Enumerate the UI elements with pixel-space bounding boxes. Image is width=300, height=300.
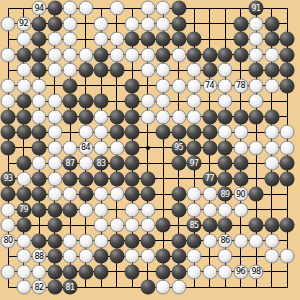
white-stone	[78, 125, 93, 140]
white-stone-move-84: 84	[78, 140, 93, 155]
move-number-label: 90	[236, 190, 245, 198]
move-number-label: 86	[220, 237, 229, 245]
black-stone	[140, 171, 155, 186]
white-stone	[187, 63, 202, 78]
move-number-label: 95	[174, 144, 183, 152]
white-stone	[264, 78, 279, 93]
white-stone	[109, 187, 124, 202]
white-stone	[202, 233, 217, 248]
black-stone	[78, 94, 93, 109]
white-stone-move-88: 88	[32, 249, 47, 264]
white-stone	[171, 280, 186, 295]
black-stone	[202, 63, 217, 78]
black-stone-move-81: 81	[63, 280, 78, 295]
white-stone	[32, 78, 47, 93]
white-stone	[187, 249, 202, 264]
white-stone-move-82: 82	[32, 280, 47, 295]
white-stone	[94, 109, 109, 124]
white-stone	[280, 140, 295, 155]
white-stone	[63, 233, 78, 248]
black-stone	[63, 78, 78, 93]
white-stone	[63, 140, 78, 155]
black-stone	[125, 156, 140, 171]
black-stone	[249, 218, 264, 233]
white-stone	[32, 94, 47, 109]
white-stone	[16, 264, 31, 279]
black-stone	[78, 264, 93, 279]
white-stone	[218, 264, 233, 279]
white-stone	[249, 140, 264, 155]
black-stone	[32, 16, 47, 31]
black-stone	[140, 32, 155, 47]
black-stone	[16, 125, 31, 140]
black-stone	[264, 63, 279, 78]
black-stone	[171, 233, 186, 248]
black-stone	[63, 94, 78, 109]
white-stone-move-80: 80	[1, 233, 16, 248]
white-stone	[63, 32, 78, 47]
black-stone	[280, 156, 295, 171]
white-stone	[187, 187, 202, 202]
move-number-label: 94	[34, 4, 43, 12]
white-stone	[125, 249, 140, 264]
move-number-label: 88	[34, 252, 43, 260]
move-number-label: 79	[19, 206, 28, 214]
star-point	[146, 146, 150, 150]
white-stone-move-92: 92	[16, 16, 31, 31]
black-stone	[125, 171, 140, 186]
white-stone	[47, 140, 62, 155]
black-stone-move-79: 79	[16, 202, 31, 217]
white-stone	[140, 94, 155, 109]
black-stone	[218, 47, 233, 62]
white-stone	[156, 94, 171, 109]
move-number-label: 82	[34, 283, 43, 291]
black-stone	[171, 125, 186, 140]
black-stone	[1, 187, 16, 202]
white-stone	[94, 218, 109, 233]
white-stone	[233, 125, 248, 140]
white-stone	[47, 109, 62, 124]
white-stone	[1, 78, 16, 93]
white-stone	[171, 78, 186, 93]
white-stone	[233, 140, 248, 155]
white-stone	[233, 233, 248, 248]
black-stone-move-85: 85	[187, 218, 202, 233]
white-stone	[264, 47, 279, 62]
black-stone	[32, 32, 47, 47]
white-stone	[47, 47, 62, 62]
white-stone	[1, 16, 16, 31]
white-stone-move-90: 90	[233, 187, 248, 202]
black-stone	[47, 218, 62, 233]
black-stone	[280, 171, 295, 186]
black-stone	[264, 171, 279, 186]
black-stone	[16, 94, 31, 109]
black-stone	[32, 233, 47, 248]
white-stone	[249, 94, 264, 109]
white-stone	[47, 171, 62, 186]
black-stone	[264, 218, 279, 233]
white-stone	[109, 47, 124, 62]
move-number-label: 93	[3, 175, 12, 183]
white-stone	[140, 47, 155, 62]
white-stone	[1, 202, 16, 217]
white-stone	[63, 1, 78, 16]
black-stone	[125, 32, 140, 47]
white-stone	[264, 125, 279, 140]
white-stone	[187, 202, 202, 217]
black-stone	[47, 202, 62, 217]
black-stone	[202, 125, 217, 140]
black-stone	[171, 264, 186, 279]
black-stone	[156, 32, 171, 47]
black-stone-move-95: 95	[171, 140, 186, 155]
white-stone-move-86: 86	[218, 233, 233, 248]
white-stone-move-96: 96	[233, 264, 248, 279]
white-stone	[187, 264, 202, 279]
white-stone	[249, 47, 264, 62]
white-stone	[187, 94, 202, 109]
white-stone	[140, 109, 155, 124]
move-number-label: 81	[65, 283, 74, 291]
black-stone-move-91: 91	[249, 1, 264, 16]
black-stone	[233, 16, 248, 31]
black-stone	[218, 156, 233, 171]
black-stone	[78, 109, 93, 124]
white-stone	[140, 63, 155, 78]
black-stone	[63, 171, 78, 186]
black-stone	[171, 32, 186, 47]
black-stone	[171, 16, 186, 31]
black-stone	[1, 125, 16, 140]
white-stone	[140, 16, 155, 31]
black-stone	[16, 218, 31, 233]
white-stone	[63, 187, 78, 202]
white-stone	[1, 264, 16, 279]
black-stone	[32, 47, 47, 62]
white-stone	[156, 109, 171, 124]
black-stone	[218, 109, 233, 124]
black-stone	[280, 63, 295, 78]
black-stone	[249, 109, 264, 124]
white-stone	[78, 249, 93, 264]
black-stone-move-83: 83	[94, 156, 109, 171]
move-number-label: 83	[96, 159, 105, 167]
white-stone	[63, 16, 78, 31]
move-number-label: 89	[220, 190, 229, 198]
black-stone	[171, 156, 186, 171]
black-stone	[280, 47, 295, 62]
white-stone	[125, 218, 140, 233]
white-stone	[264, 249, 279, 264]
white-stone	[94, 187, 109, 202]
black-stone	[280, 78, 295, 93]
white-stone	[202, 264, 217, 279]
white-stone	[218, 202, 233, 217]
black-stone	[171, 202, 186, 217]
black-stone	[94, 63, 109, 78]
black-stone	[125, 264, 140, 279]
black-stone	[32, 171, 47, 186]
black-stone	[125, 140, 140, 155]
black-stone	[109, 109, 124, 124]
black-stone	[233, 47, 248, 62]
white-stone	[233, 202, 248, 217]
black-stone	[125, 233, 140, 248]
go-board[interactable]: 9491927478849587839793778990798580868896…	[0, 0, 300, 300]
white-stone	[78, 233, 93, 248]
black-stone	[280, 218, 295, 233]
white-stone	[140, 218, 155, 233]
white-stone	[218, 249, 233, 264]
white-stone	[94, 16, 109, 31]
move-number-label: 77	[205, 175, 214, 183]
white-stone	[16, 78, 31, 93]
white-stone	[218, 125, 233, 140]
white-stone	[264, 156, 279, 171]
white-stone-move-98: 98	[249, 264, 264, 279]
black-stone	[187, 32, 202, 47]
white-stone	[264, 140, 279, 155]
black-stone-move-87: 87	[63, 156, 78, 171]
white-stone	[16, 233, 31, 248]
black-stone	[78, 171, 93, 186]
move-number-label: 85	[189, 221, 198, 229]
black-stone	[125, 78, 140, 93]
move-number-label: 84	[81, 144, 90, 152]
black-stone	[63, 202, 78, 217]
move-number-label: 92	[19, 20, 28, 28]
move-number-label: 97	[189, 159, 198, 167]
white-stone	[94, 202, 109, 217]
white-stone	[94, 32, 109, 47]
white-stone	[125, 202, 140, 217]
black-stone	[156, 125, 171, 140]
black-stone	[78, 63, 93, 78]
white-stone	[140, 202, 155, 217]
black-stone	[109, 125, 124, 140]
black-stone	[140, 187, 155, 202]
black-stone	[125, 109, 140, 124]
white-stone	[156, 16, 171, 31]
black-stone	[32, 187, 47, 202]
white-stone	[16, 249, 31, 264]
white-stone	[1, 47, 16, 62]
white-stone	[1, 94, 16, 109]
black-stone	[94, 47, 109, 62]
white-stone-move-78: 78	[233, 78, 248, 93]
black-stone	[47, 264, 62, 279]
black-stone	[233, 32, 248, 47]
white-stone	[32, 109, 47, 124]
white-stone	[63, 63, 78, 78]
white-stone	[47, 63, 62, 78]
white-stone	[249, 16, 264, 31]
black-stone	[47, 233, 62, 248]
white-stone	[125, 47, 140, 62]
white-stone	[16, 280, 31, 295]
white-stone	[94, 125, 109, 140]
white-stone	[218, 94, 233, 109]
black-stone	[233, 156, 248, 171]
black-stone	[264, 32, 279, 47]
white-stone	[109, 218, 124, 233]
white-stone	[156, 280, 171, 295]
black-stone-move-93: 93	[1, 171, 16, 186]
white-stone	[202, 202, 217, 217]
black-stone	[187, 125, 202, 140]
black-stone	[94, 264, 109, 279]
black-stone	[125, 94, 140, 109]
black-stone	[16, 109, 31, 124]
black-stone	[264, 109, 279, 124]
black-stone	[171, 187, 186, 202]
black-stone	[109, 63, 124, 78]
white-stone	[109, 140, 124, 155]
black-stone	[1, 140, 16, 155]
white-stone	[94, 140, 109, 155]
black-stone-move-97: 97	[187, 156, 202, 171]
black-stone	[32, 140, 47, 155]
black-stone	[202, 109, 217, 124]
black-stone	[171, 249, 186, 264]
black-stone	[233, 109, 248, 124]
move-number-label: 87	[65, 159, 74, 167]
white-stone	[16, 63, 31, 78]
black-stone	[109, 249, 124, 264]
black-stone	[47, 249, 62, 264]
white-stone	[280, 125, 295, 140]
black-stone	[47, 280, 62, 295]
black-stone	[218, 171, 233, 186]
white-stone	[94, 233, 109, 248]
white-stone	[156, 1, 171, 16]
white-stone	[109, 1, 124, 16]
white-stone	[32, 264, 47, 279]
black-stone	[1, 109, 16, 124]
move-number-label: 80	[3, 237, 12, 245]
white-stone	[280, 249, 295, 264]
black-stone-move-89: 89	[218, 187, 233, 202]
white-stone	[1, 218, 16, 233]
black-stone	[249, 63, 264, 78]
black-stone	[16, 187, 31, 202]
white-stone	[47, 94, 62, 109]
white-stone	[187, 78, 202, 93]
white-stone	[171, 47, 186, 62]
black-stone	[140, 280, 155, 295]
white-stone-move-94: 94	[32, 1, 47, 16]
black-stone	[32, 125, 47, 140]
white-stone	[47, 156, 62, 171]
white-stone	[63, 47, 78, 62]
white-stone	[202, 187, 217, 202]
black-stone	[187, 47, 202, 62]
black-stone	[94, 94, 109, 109]
move-number-label: 96	[236, 268, 245, 276]
black-stone	[171, 1, 186, 16]
black-stone	[16, 156, 31, 171]
white-stone	[249, 78, 264, 93]
white-stone	[63, 249, 78, 264]
white-stone	[218, 78, 233, 93]
black-stone	[109, 156, 124, 171]
black-stone	[187, 140, 202, 155]
white-stone	[140, 249, 155, 264]
black-stone	[187, 233, 202, 248]
black-stone	[249, 187, 264, 202]
black-stone	[202, 47, 217, 62]
white-stone	[125, 16, 140, 31]
black-stone	[280, 32, 295, 47]
black-stone	[32, 63, 47, 78]
move-number-label: 74	[205, 82, 214, 90]
black-stone	[218, 218, 233, 233]
black-stone	[47, 1, 62, 16]
white-stone	[16, 32, 31, 47]
black-stone	[125, 125, 140, 140]
white-stone	[187, 109, 202, 124]
black-stone	[16, 47, 31, 62]
white-stone-move-74: 74	[202, 78, 217, 93]
black-stone	[94, 249, 109, 264]
white-stone	[156, 63, 171, 78]
black-stone-move-77: 77	[202, 171, 217, 186]
white-stone	[264, 233, 279, 248]
white-stone	[78, 202, 93, 217]
white-stone	[140, 1, 155, 16]
white-stone	[32, 156, 47, 171]
move-number-label: 98	[251, 268, 260, 276]
move-number-label: 91	[251, 4, 260, 12]
black-stone	[109, 233, 124, 248]
white-stone	[249, 233, 264, 248]
white-stone	[78, 1, 93, 16]
move-number-label: 78	[236, 82, 245, 90]
go-board-screenshot: 9491927478849587839793778990798580868896…	[0, 0, 300, 300]
black-stone	[94, 171, 109, 186]
black-stone	[78, 187, 93, 202]
black-stone	[218, 140, 233, 155]
white-stone	[156, 78, 171, 93]
black-stone	[140, 233, 155, 248]
black-stone	[233, 171, 248, 186]
white-stone	[218, 63, 233, 78]
black-stone	[202, 140, 217, 155]
black-stone	[156, 249, 171, 264]
black-stone	[63, 264, 78, 279]
white-stone	[47, 32, 62, 47]
white-stone	[16, 171, 31, 186]
black-stone	[109, 171, 124, 186]
white-stone	[78, 156, 93, 171]
black-stone	[156, 47, 171, 62]
white-stone	[109, 32, 124, 47]
black-stone	[264, 16, 279, 31]
black-stone	[156, 218, 171, 233]
black-stone	[202, 218, 217, 233]
black-stone	[125, 187, 140, 202]
black-stone	[32, 202, 47, 217]
white-stone	[47, 187, 62, 202]
black-stone	[156, 264, 171, 279]
white-stone	[78, 47, 93, 62]
white-stone	[171, 109, 186, 124]
white-stone	[47, 125, 62, 140]
white-stone	[249, 32, 264, 47]
black-stone	[47, 16, 62, 31]
